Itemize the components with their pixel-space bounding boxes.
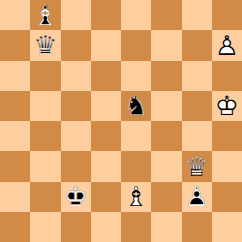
square-a1[interactable] xyxy=(0,212,30,242)
square-b6[interactable] xyxy=(30,61,60,91)
square-b3[interactable] xyxy=(30,151,60,181)
king-outline-icon: ♔ xyxy=(212,91,242,121)
square-a7[interactable] xyxy=(0,30,30,60)
square-e2[interactable]: ♝♗ xyxy=(121,182,151,212)
square-e1[interactable] xyxy=(121,212,151,242)
square-d3[interactable] xyxy=(91,151,121,181)
square-g5[interactable] xyxy=(182,91,212,121)
piece-black-king-c2[interactable]: ♚♔ xyxy=(61,182,91,212)
square-c1[interactable] xyxy=(61,212,91,242)
queen-icon: ♛ xyxy=(30,30,60,60)
square-h6[interactable] xyxy=(212,61,242,91)
square-d8[interactable] xyxy=(91,0,121,30)
square-c2[interactable]: ♚♔ xyxy=(61,182,91,212)
piece-white-queen-g3[interactable]: ♛♕ xyxy=(182,151,212,181)
square-c3[interactable] xyxy=(61,151,91,181)
square-e7[interactable] xyxy=(121,30,151,60)
bishop-icon: ♝ xyxy=(30,0,60,30)
square-d1[interactable] xyxy=(91,212,121,242)
square-b4[interactable] xyxy=(30,121,60,151)
king-icon: ♚ xyxy=(61,182,91,212)
king-outline-icon: ♔ xyxy=(61,182,91,212)
queen-outline-icon: ♕ xyxy=(182,151,212,181)
square-e3[interactable] xyxy=(121,151,151,181)
pawn-outline-icon: ♙ xyxy=(182,182,212,212)
knight-outline-icon: ♘ xyxy=(121,91,151,121)
square-d2[interactable] xyxy=(91,182,121,212)
square-b8[interactable]: ♝♗ xyxy=(30,0,60,30)
pawn-icon: ♟ xyxy=(212,30,242,60)
piece-white-king-h5[interactable]: ♚♔ xyxy=(212,91,242,121)
piece-black-bishop-b8[interactable]: ♝♗ xyxy=(30,0,60,30)
square-d5[interactable] xyxy=(91,91,121,121)
square-g7[interactable] xyxy=(182,30,212,60)
square-h8[interactable] xyxy=(212,0,242,30)
square-h5[interactable]: ♚♔ xyxy=(212,91,242,121)
piece-black-queen-b7[interactable]: ♛♕ xyxy=(30,30,60,60)
pawn-outline-icon: ♙ xyxy=(212,30,242,60)
square-f4[interactable] xyxy=(151,121,181,151)
piece-white-bishop-e2[interactable]: ♝♗ xyxy=(121,182,151,212)
square-h1[interactable] xyxy=(212,212,242,242)
square-d7[interactable] xyxy=(91,30,121,60)
square-b5[interactable] xyxy=(30,91,60,121)
chess-diagram: ♝♗♛♕♟♙♞♘♚♔♛♕♚♔♝♗♟♙ xyxy=(0,0,242,242)
square-c5[interactable] xyxy=(61,91,91,121)
piece-black-pawn-g2[interactable]: ♟♙ xyxy=(182,182,212,212)
pawn-icon: ♟ xyxy=(182,182,212,212)
square-f8[interactable] xyxy=(151,0,181,30)
square-a5[interactable] xyxy=(0,91,30,121)
bishop-outline-icon: ♗ xyxy=(121,182,151,212)
square-b7[interactable]: ♛♕ xyxy=(30,30,60,60)
square-h4[interactable] xyxy=(212,121,242,151)
square-d6[interactable] xyxy=(91,61,121,91)
square-f6[interactable] xyxy=(151,61,181,91)
square-g3[interactable]: ♛♕ xyxy=(182,151,212,181)
square-e6[interactable] xyxy=(121,61,151,91)
square-b1[interactable] xyxy=(30,212,60,242)
queen-outline-icon: ♕ xyxy=(30,30,60,60)
square-a3[interactable] xyxy=(0,151,30,181)
square-e8[interactable] xyxy=(121,0,151,30)
piece-white-pawn-h7[interactable]: ♟♙ xyxy=(212,30,242,60)
square-f2[interactable] xyxy=(151,182,181,212)
square-c8[interactable] xyxy=(61,0,91,30)
square-f3[interactable] xyxy=(151,151,181,181)
queen-icon: ♛ xyxy=(182,151,212,181)
square-d4[interactable] xyxy=(91,121,121,151)
square-f5[interactable] xyxy=(151,91,181,121)
king-icon: ♚ xyxy=(212,91,242,121)
square-b2[interactable] xyxy=(30,182,60,212)
square-f1[interactable] xyxy=(151,212,181,242)
knight-icon: ♞ xyxy=(121,91,151,121)
square-e4[interactable] xyxy=(121,121,151,151)
square-h2[interactable] xyxy=(212,182,242,212)
square-a6[interactable] xyxy=(0,61,30,91)
square-c6[interactable] xyxy=(61,61,91,91)
square-a8[interactable] xyxy=(0,0,30,30)
square-g1[interactable] xyxy=(182,212,212,242)
square-c7[interactable] xyxy=(61,30,91,60)
bishop-outline-icon: ♗ xyxy=(30,0,60,30)
square-h7[interactable]: ♟♙ xyxy=(212,30,242,60)
square-g2[interactable]: ♟♙ xyxy=(182,182,212,212)
square-g6[interactable] xyxy=(182,61,212,91)
square-g8[interactable] xyxy=(182,0,212,30)
square-c4[interactable] xyxy=(61,121,91,151)
bishop-icon: ♝ xyxy=(121,182,151,212)
square-e5[interactable]: ♞♘ xyxy=(121,91,151,121)
square-a2[interactable] xyxy=(0,182,30,212)
piece-black-knight-e5[interactable]: ♞♘ xyxy=(121,91,151,121)
square-f7[interactable] xyxy=(151,30,181,60)
square-g4[interactable] xyxy=(182,121,212,151)
square-a4[interactable] xyxy=(0,121,30,151)
square-h3[interactable] xyxy=(212,151,242,181)
chess-board: ♝♗♛♕♟♙♞♘♚♔♛♕♚♔♝♗♟♙ xyxy=(0,0,242,242)
